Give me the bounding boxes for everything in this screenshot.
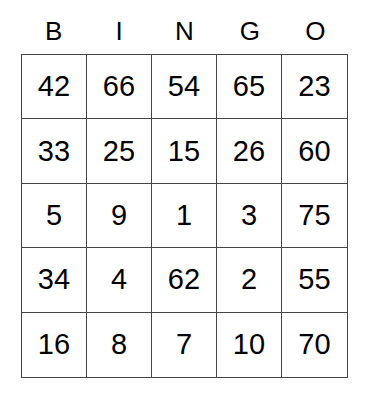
column-letter-b: B <box>21 14 86 54</box>
bingo-cell-r1c1[interactable]: 42 <box>22 55 87 119</box>
bingo-cell-r5c1[interactable]: 16 <box>22 313 87 377</box>
column-letter-o: O <box>283 14 348 54</box>
bingo-cell-r5c3[interactable]: 7 <box>152 313 217 377</box>
column-letter-i: I <box>86 14 151 54</box>
bingo-cell-r4c3[interactable]: 62 <box>152 248 217 312</box>
bingo-cell-r3c4[interactable]: 3 <box>217 184 282 248</box>
bingo-cell-r4c5[interactable]: 55 <box>282 248 347 312</box>
bingo-cell-r1c5[interactable]: 23 <box>282 55 347 119</box>
bingo-cell-r3c3[interactable]: 1 <box>152 184 217 248</box>
bingo-cell-r1c3[interactable]: 54 <box>152 55 217 119</box>
bingo-cell-r1c2[interactable]: 66 <box>87 55 152 119</box>
column-letter-g: G <box>217 14 282 54</box>
bingo-cell-r5c4[interactable]: 10 <box>217 313 282 377</box>
bingo-cell-r2c2[interactable]: 25 <box>87 119 152 183</box>
bingo-cell-r2c3[interactable]: 15 <box>152 119 217 183</box>
bingo-cell-r2c4[interactable]: 26 <box>217 119 282 183</box>
column-letter-n: N <box>152 14 217 54</box>
bingo-cell-r5c2[interactable]: 8 <box>87 313 152 377</box>
bingo-cell-r4c1[interactable]: 34 <box>22 248 87 312</box>
bingo-cell-r4c4[interactable]: 2 <box>217 248 282 312</box>
bingo-header: B I N G O <box>21 14 348 54</box>
bingo-cell-r3c1[interactable]: 5 <box>22 184 87 248</box>
bingo-cell-r3c5[interactable]: 75 <box>282 184 347 248</box>
bingo-cell-r3c2[interactable]: 9 <box>87 184 152 248</box>
bingo-cell-r5c5[interactable]: 70 <box>282 313 347 377</box>
bingo-cell-r1c4[interactable]: 65 <box>217 55 282 119</box>
bingo-card: B I N G O 42 66 54 65 23 33 25 15 26 60 … <box>21 14 348 378</box>
bingo-grid: 42 66 54 65 23 33 25 15 26 60 5 9 1 3 75… <box>21 54 348 378</box>
bingo-cell-r2c1[interactable]: 33 <box>22 119 87 183</box>
bingo-cell-r4c2[interactable]: 4 <box>87 248 152 312</box>
bingo-cell-r2c5[interactable]: 60 <box>282 119 347 183</box>
